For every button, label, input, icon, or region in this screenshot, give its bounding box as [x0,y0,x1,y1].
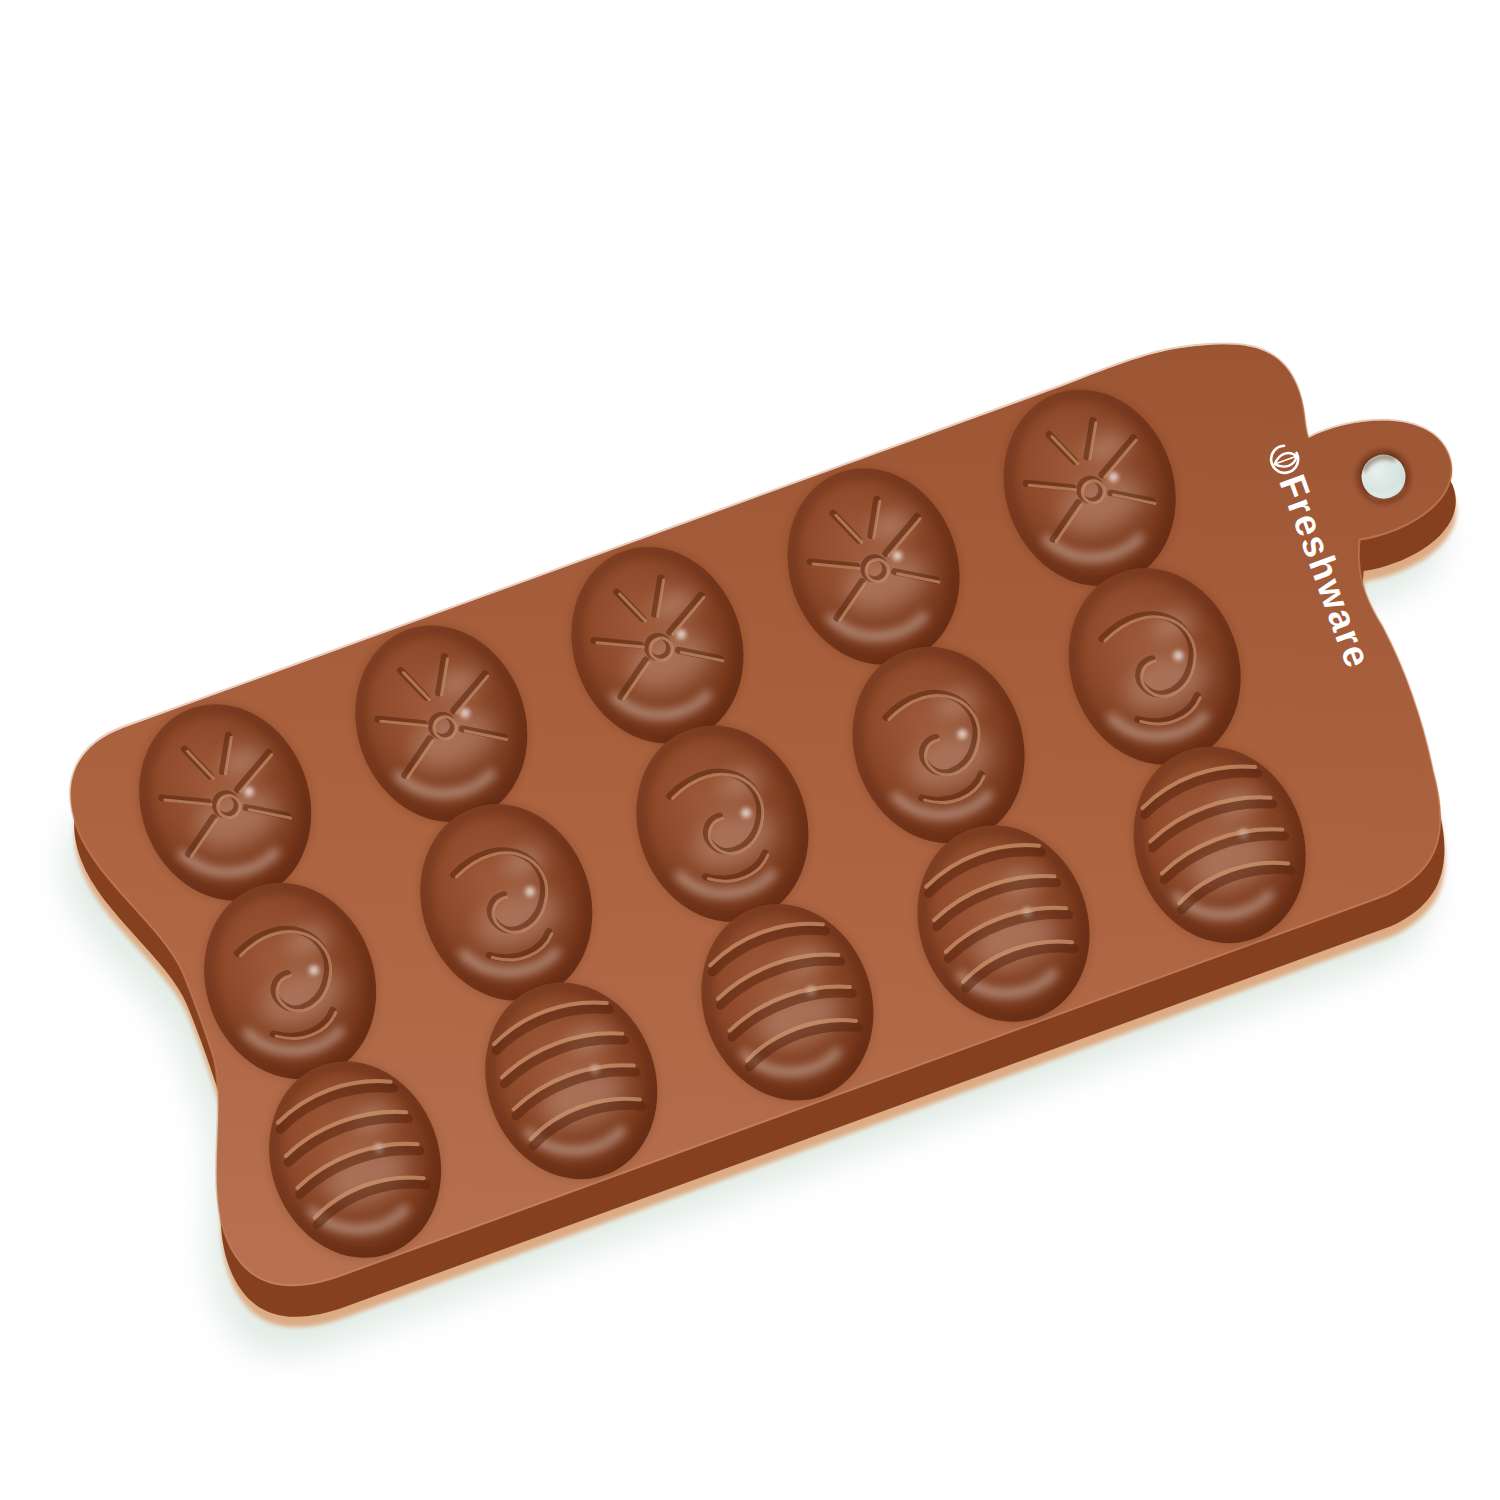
mold-photo-svg: Freshware [0,0,1500,1500]
chocolate-mold: Freshware [21,268,1500,1377]
product-photo: Freshware [0,0,1500,1500]
